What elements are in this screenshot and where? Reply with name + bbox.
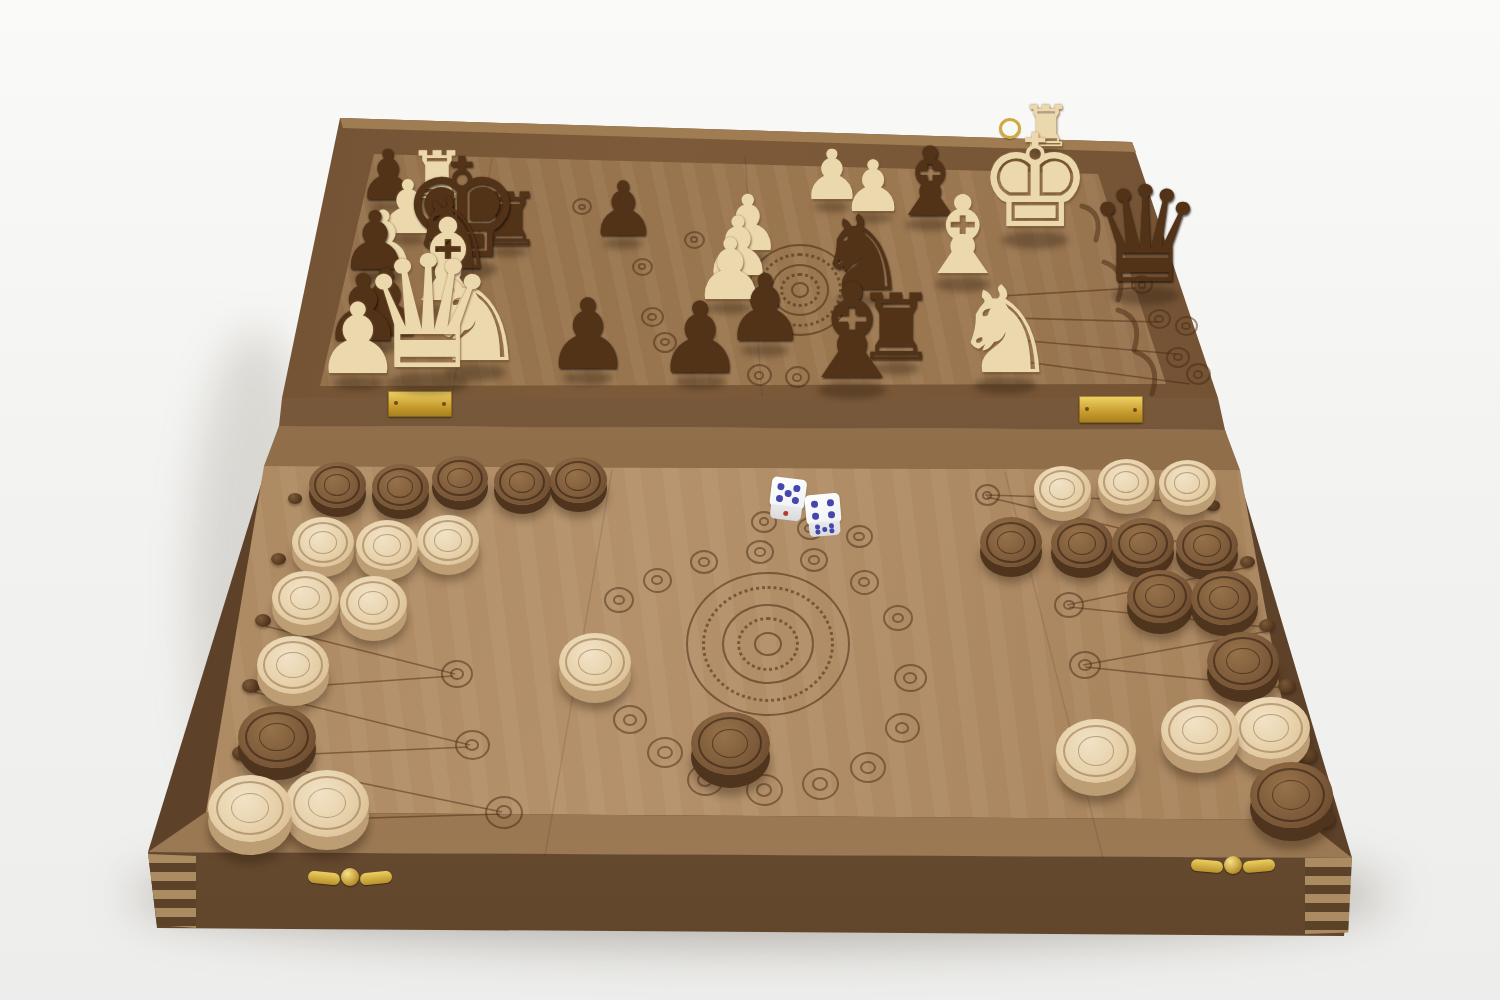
- carved-ring-motif: [885, 713, 920, 743]
- carved-ring-motif: [846, 525, 873, 548]
- checker-dark[interactable]: [1191, 571, 1258, 625]
- checker-light[interactable]: [285, 770, 369, 837]
- carved-ring-motif: [441, 660, 473, 688]
- checker-dark[interactable]: [432, 456, 488, 501]
- carved-ring-motif: [1186, 363, 1211, 385]
- checker-dark[interactable]: [238, 706, 316, 768]
- checker-dark[interactable]: [691, 712, 770, 775]
- checker-dark[interactable]: [1207, 632, 1279, 690]
- carved-knob: [1299, 748, 1318, 763]
- chess-piece-dark-pawn[interactable]: ♟: [656, 289, 744, 387]
- carved-ring-motif: [1054, 592, 1084, 618]
- checker-dark[interactable]: [980, 517, 1042, 567]
- carved-ring-motif: [850, 570, 879, 595]
- checker-dark[interactable]: [309, 462, 366, 508]
- checker-light[interactable]: [272, 571, 339, 625]
- product-photo-stage: ♚♛♜♜♞♞♝♝♟♟♟♟♟♟♟♟♚♛♜♜♝♝♞♞♟♟♟♟♟♟♟♟: [0, 0, 1500, 1000]
- carved-knob: [1206, 500, 1220, 511]
- chess-piece-dark-queen[interactable]: ♛: [1085, 169, 1204, 302]
- checker-dark[interactable]: [1112, 518, 1174, 568]
- carved-ring-motif: [1175, 316, 1198, 336]
- carved-ring-motif: [975, 484, 1000, 506]
- carved-ring-motif: [1069, 651, 1101, 679]
- chess-piece-light-knight[interactable]: ♞: [951, 271, 1059, 391]
- carved-ring-motif: [850, 752, 886, 783]
- checker-dark[interactable]: [1176, 520, 1238, 570]
- checker-light[interactable]: [1098, 459, 1155, 505]
- carved-ring-motif: [746, 540, 774, 564]
- checker-light[interactable]: [1034, 466, 1091, 512]
- chess-piece-light-pawn[interactable]: ♟: [314, 290, 402, 388]
- checker-light[interactable]: [356, 520, 418, 570]
- checker-dark[interactable]: [1250, 762, 1333, 828]
- carved-knob: [242, 679, 260, 693]
- carved-knob: [1259, 619, 1275, 632]
- carved-ring-motif: [632, 258, 653, 276]
- checker-light[interactable]: [1232, 697, 1310, 759]
- checker-light[interactable]: [1161, 699, 1239, 761]
- carved-ring-motif: [746, 774, 783, 806]
- chess-piece-dark-pawn[interactable]: ♟: [545, 286, 632, 383]
- checker-light[interactable]: [257, 636, 329, 694]
- checker-dark[interactable]: [372, 464, 429, 510]
- carved-ring-motif: [1166, 347, 1190, 368]
- checker-light[interactable]: [208, 775, 292, 842]
- checker-dark[interactable]: [1051, 518, 1113, 568]
- checker-dark[interactable]: [494, 459, 551, 505]
- chess-piece-dark-pawn[interactable]: ♟: [589, 172, 656, 247]
- carved-ring-motif: [647, 737, 683, 768]
- checker-light[interactable]: [340, 576, 407, 630]
- carved-ring-motif: [613, 705, 647, 734]
- carved-ring-motif: [485, 796, 523, 829]
- carved-ring-motif: [690, 550, 718, 574]
- checker-light[interactable]: [1056, 719, 1136, 783]
- carved-rosette-tray: [686, 572, 850, 716]
- carved-knob: [1240, 556, 1255, 568]
- carved-knob: [255, 614, 271, 627]
- carved-knob: [288, 493, 302, 504]
- checker-dark[interactable]: [550, 457, 607, 503]
- die[interactable]: [768, 476, 808, 522]
- carved-knob: [271, 553, 286, 565]
- carved-ring-motif: [455, 730, 490, 760]
- game-objects: ♚♛♜♜♞♞♝♝♟♟♟♟♟♟♟♟♚♛♜♜♝♝♞♞♟♟♟♟♟♟♟♟: [0, 0, 1500, 1000]
- checker-light[interactable]: [292, 517, 354, 567]
- checker-dark[interactable]: [1127, 570, 1193, 623]
- checker-light[interactable]: [417, 515, 479, 565]
- carved-ring-motif: [802, 768, 839, 800]
- carved-ring-motif: [604, 587, 634, 613]
- carved-ring-motif: [1148, 309, 1171, 329]
- carved-ring-motif: [800, 548, 828, 572]
- chess-piece-dark-bishop[interactable]: ♝: [793, 266, 910, 397]
- carved-ring-motif: [894, 664, 927, 692]
- carved-ring-motif: [643, 568, 672, 593]
- die[interactable]: [804, 493, 843, 538]
- carved-knob: [1278, 679, 1296, 693]
- carved-ring-motif: [747, 364, 772, 386]
- checker-light[interactable]: [1159, 460, 1216, 506]
- checker-light[interactable]: [559, 633, 631, 691]
- carved-ring-motif: [883, 605, 913, 631]
